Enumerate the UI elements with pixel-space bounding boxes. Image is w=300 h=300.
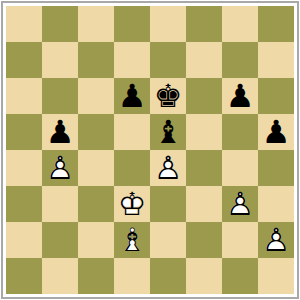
white-pawn: ♙	[150, 150, 186, 186]
square-e7[interactable]	[150, 42, 186, 78]
square-g5[interactable]	[222, 114, 258, 150]
white-king-fill: ♚	[114, 186, 150, 222]
square-h8[interactable]	[258, 6, 294, 42]
square-b1[interactable]	[42, 258, 78, 294]
square-d7[interactable]	[114, 42, 150, 78]
square-c3[interactable]	[78, 186, 114, 222]
white-bishop-fill: ♝	[114, 222, 150, 258]
square-e1[interactable]	[150, 258, 186, 294]
black-pawn: ♟	[258, 114, 294, 150]
square-f8[interactable]	[186, 6, 222, 42]
square-d6[interactable]: ♟	[114, 78, 150, 114]
white-pawn: ♙	[258, 222, 294, 258]
square-d3[interactable]: ♚♔	[114, 186, 150, 222]
square-e4[interactable]: ♟♙	[150, 150, 186, 186]
square-e5[interactable]: ♝	[150, 114, 186, 150]
square-g8[interactable]	[222, 6, 258, 42]
square-c6[interactable]	[78, 78, 114, 114]
square-d5[interactable]	[114, 114, 150, 150]
square-f1[interactable]	[186, 258, 222, 294]
square-f3[interactable]	[186, 186, 222, 222]
square-e2[interactable]	[150, 222, 186, 258]
square-d8[interactable]	[114, 6, 150, 42]
square-b7[interactable]	[42, 42, 78, 78]
square-g3[interactable]: ♟♙	[222, 186, 258, 222]
black-bishop: ♝	[150, 114, 186, 150]
white-pawn-fill: ♟	[42, 150, 78, 186]
white-pawn-fill: ♟	[150, 150, 186, 186]
square-d2[interactable]: ♝♗	[114, 222, 150, 258]
square-g1[interactable]	[222, 258, 258, 294]
square-a1[interactable]	[6, 258, 42, 294]
square-c1[interactable]	[78, 258, 114, 294]
square-g2[interactable]	[222, 222, 258, 258]
white-pawn-fill: ♟	[222, 186, 258, 222]
square-g4[interactable]	[222, 150, 258, 186]
white-pawn: ♙	[42, 150, 78, 186]
square-h5[interactable]: ♟	[258, 114, 294, 150]
square-c4[interactable]	[78, 150, 114, 186]
square-c7[interactable]	[78, 42, 114, 78]
square-a6[interactable]	[6, 78, 42, 114]
square-f6[interactable]	[186, 78, 222, 114]
square-b2[interactable]	[42, 222, 78, 258]
square-a8[interactable]	[6, 6, 42, 42]
black-pawn: ♟	[114, 78, 150, 114]
black-king: ♚	[150, 78, 186, 114]
white-bishop: ♗	[114, 222, 150, 258]
square-e3[interactable]	[150, 186, 186, 222]
square-h4[interactable]	[258, 150, 294, 186]
square-a2[interactable]	[6, 222, 42, 258]
white-pawn-fill: ♟	[258, 222, 294, 258]
square-b3[interactable]	[42, 186, 78, 222]
square-g6[interactable]: ♟	[222, 78, 258, 114]
square-b5[interactable]: ♟	[42, 114, 78, 150]
square-d4[interactable]	[114, 150, 150, 186]
square-f2[interactable]	[186, 222, 222, 258]
square-f5[interactable]	[186, 114, 222, 150]
square-a7[interactable]	[6, 42, 42, 78]
square-g7[interactable]	[222, 42, 258, 78]
square-d1[interactable]	[114, 258, 150, 294]
chess-diagram-frame: ♟♚♟♟♝♟♟♙♟♙♚♔♟♙♝♗♟♙	[1, 1, 299, 299]
square-e8[interactable]	[150, 6, 186, 42]
chess-board: ♟♚♟♟♝♟♟♙♟♙♚♔♟♙♝♗♟♙	[6, 6, 294, 294]
square-c5[interactable]	[78, 114, 114, 150]
square-h6[interactable]	[258, 78, 294, 114]
square-a4[interactable]	[6, 150, 42, 186]
black-pawn: ♟	[222, 78, 258, 114]
white-pawn: ♙	[222, 186, 258, 222]
square-c8[interactable]	[78, 6, 114, 42]
square-h1[interactable]	[258, 258, 294, 294]
square-b6[interactable]	[42, 78, 78, 114]
square-h2[interactable]: ♟♙	[258, 222, 294, 258]
square-h3[interactable]	[258, 186, 294, 222]
square-a5[interactable]	[6, 114, 42, 150]
square-a3[interactable]	[6, 186, 42, 222]
square-b4[interactable]: ♟♙	[42, 150, 78, 186]
square-c2[interactable]	[78, 222, 114, 258]
black-pawn: ♟	[42, 114, 78, 150]
square-e6[interactable]: ♚	[150, 78, 186, 114]
square-h7[interactable]	[258, 42, 294, 78]
square-f4[interactable]	[186, 150, 222, 186]
square-f7[interactable]	[186, 42, 222, 78]
white-king: ♔	[114, 186, 150, 222]
square-b8[interactable]	[42, 6, 78, 42]
